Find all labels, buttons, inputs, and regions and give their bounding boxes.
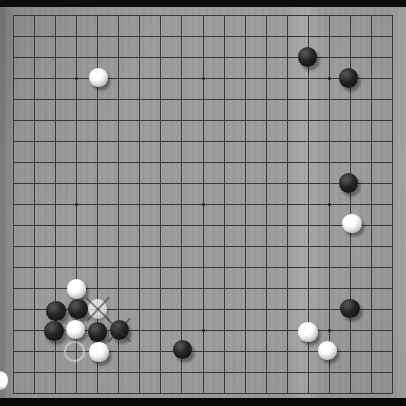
photo-frame-top <box>0 0 406 7</box>
stone-black-D5[interactable] <box>68 299 88 319</box>
x-mark-F4 <box>109 320 129 340</box>
stone-white-P4[interactable] <box>298 322 318 342</box>
stone-black-C4[interactable] <box>44 321 64 341</box>
stone-black-C5[interactable] <box>46 301 66 321</box>
circle-mark-D3 <box>64 341 85 362</box>
stone-black-E4[interactable] <box>88 322 108 342</box>
stone-white-E16[interactable] <box>89 68 109 88</box>
photo-frame-bottom <box>0 398 406 406</box>
stone-black-R5[interactable] <box>340 299 360 319</box>
stone-white-R9[interactable] <box>342 214 362 234</box>
stone-white-E3[interactable] <box>89 342 109 362</box>
stone-white-D6[interactable] <box>67 279 87 299</box>
stone-black-P17[interactable] <box>298 47 318 67</box>
go-board-photo <box>0 0 406 406</box>
x-mark-E5 <box>88 299 108 319</box>
